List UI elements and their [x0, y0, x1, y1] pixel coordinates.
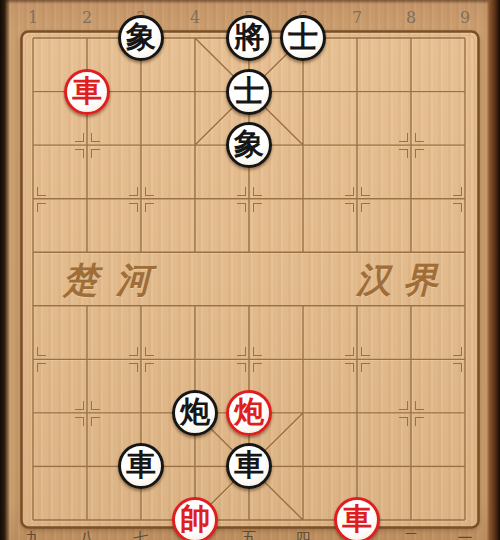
piece-black-advisor[interactable]: 士 — [226, 69, 272, 115]
piece-black-cannon[interactable]: 炮 — [172, 390, 218, 436]
piece-glyph: 車 — [72, 76, 102, 106]
xiangqi-app-screen: 楚河 汉界 123456789九八七六五四三二一 象將士車士象炮炮車車帥車 — [0, 0, 500, 540]
screen-edge-left — [0, 0, 10, 540]
piece-layer[interactable]: 象將士車士象炮炮車車帥車 — [6, 11, 492, 540]
piece-red-chariot[interactable]: 車 — [64, 69, 110, 115]
piece-black-advisor[interactable]: 士 — [280, 15, 326, 61]
piece-glyph: 將 — [234, 22, 264, 52]
piece-glyph: 車 — [126, 450, 156, 480]
piece-glyph: 士 — [234, 76, 264, 106]
piece-black-general[interactable]: 將 — [226, 15, 272, 61]
piece-glyph: 車 — [234, 450, 264, 480]
screen-edge-top — [0, 0, 500, 4]
piece-glyph: 象 — [234, 129, 264, 159]
piece-glyph: 炮 — [234, 397, 264, 427]
piece-red-chariot[interactable]: 車 — [334, 497, 380, 540]
piece-glyph: 象 — [126, 22, 156, 52]
piece-glyph: 士 — [288, 22, 318, 52]
piece-black-elephant[interactable]: 象 — [118, 15, 164, 61]
piece-black-elephant[interactable]: 象 — [226, 122, 272, 168]
piece-black-chariot[interactable]: 車 — [226, 443, 272, 489]
piece-red-cannon[interactable]: 炮 — [226, 390, 272, 436]
piece-glyph: 炮 — [180, 397, 210, 427]
piece-black-chariot[interactable]: 車 — [118, 443, 164, 489]
piece-glyph: 帥 — [180, 504, 210, 534]
screen-edge-right — [486, 0, 500, 540]
piece-red-general[interactable]: 帥 — [172, 497, 218, 540]
piece-glyph: 車 — [342, 504, 372, 534]
